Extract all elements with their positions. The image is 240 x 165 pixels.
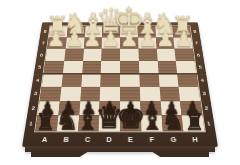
- square-b7[interactable]: ♟: [65, 37, 84, 49]
- rank-label-3: 3: [34, 91, 38, 96]
- board-foot-left: [31, 151, 89, 157]
- board-squares: ♜♞♝♛♚♝♞♜♟♟♟♟♟♟♟♟♟♟♟♟♟♟♟♟♜♞♝♛♚♝♞♜: [35, 26, 204, 131]
- piece-white-pawn-b7[interactable]: ♟: [65, 29, 84, 50]
- file-label-c: C: [85, 135, 91, 144]
- piece-white-pawn-g7[interactable]: ♟: [156, 29, 175, 50]
- rank-label-1: 1: [207, 121, 211, 127]
- file-label-h: H: [192, 135, 199, 144]
- rank-label-4: 4: [200, 78, 204, 83]
- piece-black-rook-a1[interactable]: ♜: [35, 110, 56, 134]
- square-d4[interactable]: [100, 74, 120, 87]
- square-f4[interactable]: [139, 74, 159, 87]
- square-a5[interactable]: [44, 61, 64, 74]
- square-a4[interactable]: [42, 74, 63, 87]
- square-g1[interactable]: ♞: [161, 116, 183, 132]
- square-h1[interactable]: ♜: [182, 116, 205, 132]
- file-label-f: F: [149, 135, 155, 144]
- board-3d-wrapper: ♜♞♝♛♚♝♞♜♟♟♟♟♟♟♟♟♟♟♟♟♟♟♟♟♜♞♝♛♚♝♞♜ ABCDEFG…: [22, 0, 218, 147]
- square-h7[interactable]: ♟: [173, 37, 192, 49]
- file-label-a: A: [41, 135, 48, 144]
- piece-black-knight-g1[interactable]: ♞: [161, 107, 185, 133]
- square-e4[interactable]: [120, 74, 140, 87]
- file-label-d: D: [106, 135, 112, 144]
- square-c4[interactable]: [81, 74, 101, 87]
- square-g7[interactable]: ♟: [156, 37, 175, 49]
- rank-label-5: 5: [38, 65, 42, 70]
- square-f1[interactable]: ♝: [141, 116, 163, 132]
- square-d5[interactable]: [101, 61, 120, 74]
- chess-set-photo: ♜♞♝♛♚♝♞♜♟♟♟♟♟♟♟♟♟♟♟♟♟♟♟♟♜♞♝♛♚♝♞♜ ABCDEFG…: [0, 0, 240, 165]
- square-b4[interactable]: [61, 74, 82, 87]
- square-e5[interactable]: [120, 61, 139, 74]
- piece-white-pawn-a7[interactable]: ♟: [46, 29, 65, 50]
- rank-label-7: 7: [42, 41, 45, 45]
- chessboard: ♜♞♝♛♚♝♞♜♟♟♟♟♟♟♟♟♟♟♟♟♟♟♟♟♜♞♝♛♚♝♞♜ ABCDEFG…: [22, 22, 218, 147]
- square-e7[interactable]: ♟: [120, 37, 138, 49]
- rank-label-7: 7: [195, 41, 198, 45]
- rank-label-5: 5: [198, 65, 202, 70]
- piece-white-pawn-c7[interactable]: ♟: [83, 29, 102, 50]
- rank-label-6: 6: [197, 53, 201, 57]
- square-a7[interactable]: ♟: [47, 37, 66, 49]
- square-e1[interactable]: ♚: [120, 116, 141, 132]
- piece-white-pawn-d7[interactable]: ♟: [101, 29, 120, 50]
- board-foot-right: [151, 151, 209, 157]
- piece-black-rook-h1[interactable]: ♜: [184, 110, 205, 134]
- square-f5[interactable]: [139, 61, 159, 74]
- piece-white-pawn-e7[interactable]: ♟: [120, 29, 139, 50]
- rank-label-2: 2: [205, 106, 209, 111]
- piece-white-pawn-h7[interactable]: ♟: [175, 29, 194, 50]
- rank-label-6: 6: [40, 53, 44, 57]
- file-label-e: E: [128, 135, 134, 144]
- square-f7[interactable]: ♟: [138, 37, 157, 49]
- square-h4[interactable]: [177, 74, 198, 87]
- square-c7[interactable]: ♟: [84, 37, 103, 49]
- square-d7[interactable]: ♟: [102, 37, 120, 49]
- square-b5[interactable]: [63, 61, 83, 74]
- square-g5[interactable]: [157, 61, 177, 74]
- square-h5[interactable]: [176, 61, 196, 74]
- piece-white-pawn-f7[interactable]: ♟: [138, 29, 157, 50]
- file-label-g: G: [170, 135, 177, 144]
- rank-label-4: 4: [36, 78, 40, 83]
- rank-label-3: 3: [202, 91, 206, 96]
- rank-label-1: 1: [29, 121, 33, 127]
- square-c5[interactable]: [82, 61, 102, 74]
- square-g4[interactable]: [158, 74, 179, 87]
- file-label-b: B: [63, 135, 70, 144]
